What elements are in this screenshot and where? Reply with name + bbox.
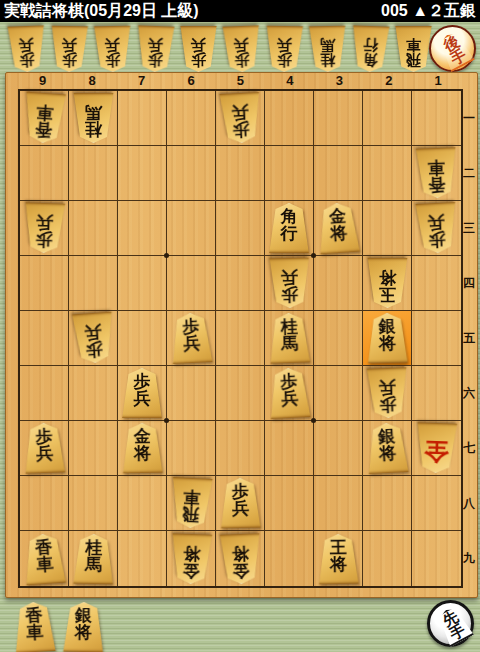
square-4三[interactable]: 角行 (265, 201, 314, 256)
koma-gote-角行[interactable]: 角行 (349, 25, 392, 72)
koma-sente-歩兵[interactable]: 歩兵 (167, 312, 215, 364)
koma-gote-玉将[interactable]: 玉将 (365, 258, 410, 308)
koma-kanji: 車 (35, 554, 53, 573)
koma-face: 香車 (20, 532, 68, 585)
koma-kanji: 将 (378, 444, 396, 463)
sente-hand-tray: 香車銀将 (12, 602, 106, 652)
title-bar: 実戦詰将棋(05月29日 上級) 005 ▲２五銀 (0, 0, 480, 22)
koma-gote-歩兵[interactable]: 歩兵 (5, 25, 48, 72)
koma-kanji: 将 (231, 544, 249, 563)
rank-labels: 一二三四五六七八九 (461, 91, 477, 586)
koma-kanji: 車 (182, 489, 200, 508)
koma-face: 歩兵 (134, 25, 177, 72)
koma-face: 金将 (168, 533, 215, 585)
koma-face: 歩兵 (178, 26, 219, 72)
file-label-3: 3 (315, 73, 364, 88)
koma-face: 玉将 (365, 258, 410, 308)
file-labels: 987654321 (18, 73, 463, 88)
koma-kanji: 玉 (379, 286, 396, 304)
gote-badge-piece-icon: 後手 (434, 28, 477, 73)
square-2五[interactable]: 銀将 (363, 311, 412, 366)
rank-label-三: 三 (461, 201, 477, 256)
square-4七[interactable] (265, 421, 314, 476)
koma-kanji: 将 (182, 544, 200, 563)
koma-gote-歩兵[interactable]: 歩兵 (413, 202, 461, 254)
square-4九[interactable] (265, 531, 314, 586)
square-1一[interactable] (412, 91, 461, 146)
koma-kanji: 桂 (85, 121, 102, 139)
square-4一[interactable] (265, 91, 314, 146)
koma-kanji: 歩 (62, 52, 77, 68)
koma-face: 桂馬 (71, 93, 116, 143)
star-point (311, 418, 316, 423)
koma-kanji: 兵 (62, 37, 77, 53)
square-7二[interactable] (118, 146, 167, 201)
koma-kanji: 歩 (428, 231, 446, 250)
koma-kanji: 歩 (35, 231, 53, 250)
koma-gote-歩兵[interactable]: 歩兵 (264, 26, 306, 73)
koma-sente-王将[interactable]: 王将 (315, 533, 361, 584)
koma-kanji: 兵 (19, 37, 35, 54)
koma-kanji: 歩 (281, 286, 298, 304)
square-1三[interactable]: 歩兵 (412, 201, 461, 256)
square-5七[interactable] (216, 421, 265, 476)
square-5五[interactable] (216, 311, 265, 366)
koma-kanji: 兵 (280, 269, 297, 287)
koma-gote-歩兵[interactable]: 歩兵 (216, 92, 264, 144)
square-9八[interactable] (20, 476, 69, 531)
file-label-6: 6 (166, 73, 215, 88)
square-3三[interactable]: 金将 (314, 201, 363, 256)
square-9四[interactable] (20, 256, 69, 311)
sente-badge-piece-icon: 先手 (433, 603, 476, 648)
square-3七[interactable] (314, 421, 363, 476)
koma-kanji: 馬 (280, 334, 298, 353)
square-4二[interactable] (265, 146, 314, 201)
koma-face: 歩兵 (69, 311, 117, 364)
koma-sente-銀将[interactable]: 銀将 (364, 313, 410, 364)
square-9三[interactable]: 歩兵 (20, 201, 69, 256)
square-6一[interactable] (167, 91, 216, 146)
koma-kanji: 将 (133, 444, 150, 462)
koma-sente-角行[interactable]: 角行 (267, 203, 312, 253)
koma-gote-全[interactable]: 全 (413, 422, 460, 474)
square-3四[interactable] (314, 256, 363, 311)
koma-face: 金将 (217, 533, 264, 585)
koma-gote-桂馬[interactable]: 桂馬 (307, 26, 349, 73)
gote-hand-tray: 歩兵歩兵歩兵歩兵歩兵歩兵歩兵桂馬角行飛車 (6, 26, 434, 72)
koma-kanji-promoted: 全 (423, 429, 450, 474)
square-3一[interactable] (314, 91, 363, 146)
koma-gote-歩兵[interactable]: 歩兵 (178, 26, 219, 72)
koma-face: 銀将 (364, 313, 410, 364)
koma-gote-香車[interactable]: 香車 (413, 147, 460, 199)
koma-kanji: 飛 (181, 506, 199, 525)
koma-kanji: 歩 (19, 52, 35, 69)
koma-face: 歩兵 (167, 312, 215, 364)
rank-label-九: 九 (461, 531, 477, 586)
koma-kanji: 将 (379, 269, 396, 287)
koma-kanji: 歩 (234, 52, 250, 69)
square-6四[interactable] (167, 256, 216, 311)
square-7五[interactable] (118, 311, 167, 366)
koma-gote-歩兵[interactable]: 歩兵 (92, 26, 134, 73)
koma-face: 歩兵 (264, 26, 306, 73)
koma-kanji: 将 (329, 223, 347, 242)
koma-sente-歩兵[interactable]: 歩兵 (120, 368, 165, 418)
koma-face: 歩兵 (413, 202, 461, 254)
square-8六[interactable] (69, 366, 118, 421)
koma-gote-金将[interactable]: 金将 (168, 533, 215, 585)
square-6五[interactable]: 歩兵 (167, 311, 216, 366)
rank-label-五: 五 (461, 311, 477, 366)
square-4八[interactable] (265, 476, 314, 531)
square-6三[interactable] (167, 201, 216, 256)
square-8一[interactable]: 桂馬 (69, 91, 118, 146)
koma-face: 桂馬 (307, 26, 349, 73)
shogi-board: 987654321 香車桂馬歩兵香車歩兵角行金将歩兵歩兵玉将歩兵歩兵桂馬銀将歩兵… (5, 72, 478, 598)
rank-label-一: 一 (461, 91, 477, 146)
square-5三[interactable] (216, 201, 265, 256)
koma-gote-飛車[interactable]: 飛車 (167, 477, 215, 529)
rank-label-二: 二 (461, 146, 477, 201)
square-7七[interactable]: 金将 (118, 421, 167, 476)
square-4五[interactable]: 桂馬 (265, 311, 314, 366)
square-3八[interactable] (314, 476, 363, 531)
koma-kanji: 車 (35, 103, 53, 122)
koma-kanji: 兵 (191, 37, 206, 53)
koma-face: 歩兵 (92, 26, 134, 73)
square-7一[interactable] (118, 91, 167, 146)
square-5四[interactable] (216, 256, 265, 311)
koma-kanji: 兵 (134, 389, 151, 407)
koma-gote-飛車[interactable]: 飛車 (393, 26, 434, 72)
square-2三[interactable] (363, 201, 412, 256)
koma-kanji: 歩 (277, 52, 292, 68)
square-8八[interactable] (69, 476, 118, 531)
square-6二[interactable] (167, 146, 216, 201)
koma-kanji: 飛 (406, 52, 421, 68)
koma-kanji: 歩 (379, 396, 397, 415)
koma-gote-香車[interactable]: 香車 (20, 91, 68, 144)
koma-face: 全 (413, 422, 460, 474)
square-7九[interactable] (118, 531, 167, 586)
rank-label-七: 七 (461, 421, 477, 476)
koma-kanji: 馬 (320, 37, 335, 53)
koma-sente-香車[interactable]: 香車 (11, 601, 59, 652)
square-7八[interactable] (118, 476, 167, 531)
badge-kanji: 手 (447, 622, 467, 642)
square-9二[interactable] (20, 146, 69, 201)
koma-gote-歩兵[interactable]: 歩兵 (364, 367, 411, 419)
koma-kanji: 歩 (191, 52, 206, 68)
koma-face: 桂馬 (266, 312, 313, 364)
koma-kanji: 馬 (85, 104, 102, 122)
square-9七[interactable]: 歩兵 (20, 421, 69, 476)
board-grid: 香車桂馬歩兵香車歩兵角行金将歩兵歩兵玉将歩兵歩兵桂馬銀将歩兵歩兵歩兵歩兵金将銀将… (18, 89, 463, 588)
koma-gote-歩兵[interactable]: 歩兵 (266, 258, 312, 309)
koma-gote-桂馬[interactable]: 桂馬 (71, 93, 116, 143)
puzzle-title: 実戦詰将棋(05月29日 上級) (4, 0, 199, 22)
koma-gote-歩兵[interactable]: 歩兵 (134, 25, 177, 72)
koma-kanji: 歩 (232, 121, 250, 140)
koma-gote-歩兵[interactable]: 歩兵 (69, 311, 117, 364)
badge-kanji: 手 (448, 47, 468, 67)
koma-kanji: 兵 (35, 214, 53, 233)
koma-face: 銀将 (61, 602, 107, 652)
koma-kanji: 兵 (378, 379, 396, 398)
file-label-5: 5 (216, 73, 265, 88)
koma-face: 角行 (349, 25, 392, 72)
rank-label-六: 六 (461, 366, 477, 421)
koma-kanji: 歩 (105, 52, 120, 68)
square-4四[interactable]: 歩兵 (265, 256, 314, 311)
file-label-4: 4 (265, 73, 314, 88)
rank-label-八: 八 (461, 476, 477, 531)
square-8三[interactable] (69, 201, 118, 256)
koma-sente-歩兵[interactable]: 歩兵 (217, 478, 263, 529)
koma-sente-桂馬[interactable]: 桂馬 (70, 533, 116, 584)
koma-kanji: 車 (406, 37, 421, 53)
koma-kanji: 行 (363, 37, 379, 54)
square-5二[interactable] (216, 146, 265, 201)
koma-face: 歩兵 (120, 368, 165, 418)
square-9一[interactable]: 香車 (20, 91, 69, 146)
square-3二[interactable] (314, 146, 363, 201)
koma-face: 歩兵 (266, 258, 312, 309)
koma-kanji: 兵 (427, 214, 445, 233)
gote-badge: 後手 (429, 25, 476, 72)
square-2七[interactable]: 銀将 (363, 421, 412, 476)
move-indicator: 005 ▲２五銀 (381, 0, 476, 22)
koma-gote-歩兵[interactable]: 歩兵 (49, 26, 91, 73)
star-point (311, 253, 316, 258)
square-9五[interactable] (20, 311, 69, 366)
koma-kanji: 桂 (320, 52, 335, 68)
koma-sente-銀将[interactable]: 銀将 (363, 422, 411, 474)
file-label-1: 1 (414, 73, 463, 88)
square-8七[interactable] (69, 421, 118, 476)
square-6八[interactable]: 飛車 (167, 476, 216, 531)
file-label-9: 9 (18, 73, 67, 88)
rank-label-四: 四 (461, 256, 477, 311)
square-8二[interactable] (69, 146, 118, 201)
koma-kanji: 車 (26, 623, 44, 642)
koma-face: 歩兵 (21, 202, 68, 254)
square-2八[interactable] (363, 476, 412, 531)
koma-kanji: 馬 (84, 554, 101, 572)
koma-face: 香車 (20, 91, 68, 144)
koma-face: 角行 (267, 203, 312, 253)
square-3六[interactable] (314, 366, 363, 421)
koma-kanji: 兵 (148, 37, 164, 54)
square-2六[interactable]: 歩兵 (363, 366, 412, 421)
square-5六[interactable] (216, 366, 265, 421)
koma-kanji: 兵 (105, 37, 120, 53)
file-label-8: 8 (67, 73, 116, 88)
star-point (164, 253, 169, 258)
square-2一[interactable] (363, 91, 412, 146)
koma-kanji: 兵 (231, 104, 249, 123)
koma-face: 歩兵 (21, 422, 68, 474)
koma-kanji: 将 (75, 623, 92, 641)
square-5一[interactable]: 歩兵 (216, 91, 265, 146)
square-2二[interactable] (363, 146, 412, 201)
koma-gote-歩兵[interactable]: 歩兵 (21, 202, 68, 254)
square-9六[interactable] (20, 366, 69, 421)
square-8五[interactable]: 歩兵 (69, 311, 118, 366)
square-5九[interactable]: 金将 (216, 531, 265, 586)
square-3九[interactable]: 王将 (314, 531, 363, 586)
koma-face: 香車 (413, 147, 460, 199)
square-8四[interactable] (69, 256, 118, 311)
square-1二[interactable]: 香車 (412, 146, 461, 201)
sente-badge: 先手 (427, 600, 474, 647)
koma-sente-桂馬[interactable]: 桂馬 (266, 312, 313, 364)
koma-sente-金将[interactable]: 金将 (119, 423, 165, 474)
koma-face: 歩兵 (364, 367, 411, 419)
koma-kanji: 香 (428, 176, 446, 195)
koma-face: 歩兵 (49, 26, 91, 73)
koma-sente-金将[interactable]: 金将 (314, 201, 362, 254)
koma-kanji: 兵 (280, 389, 298, 408)
koma-face: 香車 (11, 601, 59, 652)
square-1九[interactable] (412, 531, 461, 586)
koma-sente-銀将[interactable]: 銀将 (61, 602, 107, 652)
koma-sente-歩兵[interactable]: 歩兵 (265, 367, 313, 419)
koma-face: 飛車 (167, 477, 215, 529)
koma-sente-歩兵[interactable]: 歩兵 (21, 422, 68, 474)
square-3五[interactable] (314, 311, 363, 366)
square-8九[interactable]: 桂馬 (69, 531, 118, 586)
koma-kanji: 車 (428, 159, 446, 178)
square-5八[interactable]: 歩兵 (216, 476, 265, 531)
square-1四[interactable] (412, 256, 461, 311)
koma-kanji: 行 (281, 224, 298, 242)
koma-kanji: 兵 (277, 37, 292, 53)
koma-face: 金将 (314, 201, 362, 254)
koma-face: 金将 (119, 423, 165, 474)
star-point (164, 418, 169, 423)
square-7六[interactable]: 歩兵 (118, 366, 167, 421)
square-1五[interactable] (412, 311, 461, 366)
koma-sente-香車[interactable]: 香車 (20, 532, 68, 585)
koma-face: 王将 (315, 533, 361, 584)
square-2四[interactable]: 玉将 (363, 256, 412, 311)
square-9九[interactable]: 香車 (20, 531, 69, 586)
file-label-2: 2 (364, 73, 413, 88)
koma-kanji: 兵 (231, 499, 248, 517)
koma-gote-金将[interactable]: 金将 (217, 533, 264, 585)
square-6六[interactable] (167, 366, 216, 421)
square-6九[interactable]: 金将 (167, 531, 216, 586)
koma-face: 歩兵 (5, 25, 48, 72)
koma-face: 桂馬 (70, 533, 116, 584)
square-1七[interactable]: 全 (412, 421, 461, 476)
square-4六[interactable]: 歩兵 (265, 366, 314, 421)
koma-face: 歩兵 (217, 478, 263, 529)
koma-kanji: 兵 (234, 37, 250, 54)
koma-face: 歩兵 (265, 367, 313, 419)
koma-kanji: 将 (329, 554, 346, 572)
square-7三[interactable] (118, 201, 167, 256)
koma-kanji: 兵 (35, 444, 53, 463)
square-1八[interactable] (412, 476, 461, 531)
square-6七[interactable] (167, 421, 216, 476)
square-7四[interactable] (118, 256, 167, 311)
koma-face: 歩兵 (216, 92, 264, 144)
koma-kanji: 兵 (182, 334, 200, 353)
square-2九[interactable] (363, 531, 412, 586)
koma-gote-歩兵[interactable]: 歩兵 (220, 25, 263, 72)
koma-kanji: 兵 (84, 323, 102, 342)
koma-face: 銀将 (363, 422, 411, 474)
koma-face: 飛車 (393, 26, 434, 72)
square-1六[interactable] (412, 366, 461, 421)
koma-face: 歩兵 (220, 25, 263, 72)
file-label-7: 7 (117, 73, 166, 88)
koma-kanji: 将 (378, 334, 395, 352)
